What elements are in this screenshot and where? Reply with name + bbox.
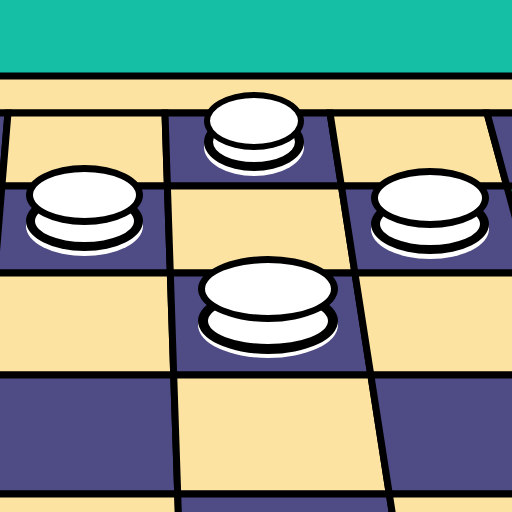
white-checker-3[interactable]	[371, 168, 489, 259]
square-r3c2[interactable]	[0, 273, 174, 375]
checker-top-face	[204, 92, 304, 150]
square-r4c3[interactable]	[174, 375, 390, 494]
square-r5c2[interactable]	[0, 494, 183, 512]
checker-top-face	[198, 256, 338, 322]
square-r4c2[interactable]	[0, 375, 178, 494]
checker-top-face	[371, 168, 489, 228]
square-r3c4[interactable]	[355, 273, 512, 375]
white-checker-2[interactable]	[26, 165, 143, 256]
square-r5c4[interactable]	[389, 494, 512, 512]
checker-top-face	[26, 165, 143, 225]
scene	[0, 0, 512, 512]
white-checker-1[interactable]	[204, 92, 304, 176]
white-checker-4[interactable]	[198, 256, 338, 358]
square-r4c4[interactable]	[371, 375, 512, 494]
square-r5c3[interactable]	[178, 494, 414, 512]
